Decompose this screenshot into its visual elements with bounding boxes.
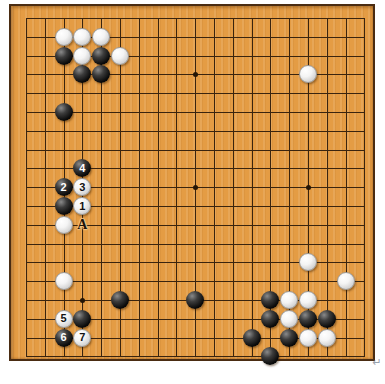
stone-black[interactable]	[186, 291, 204, 309]
stone-white[interactable]	[299, 253, 317, 271]
stone-white[interactable]: 3	[73, 178, 91, 196]
stone-black[interactable]	[111, 291, 129, 309]
stone-white[interactable]	[55, 216, 73, 234]
stone-white[interactable]	[299, 329, 317, 347]
stone-black[interactable]	[280, 329, 298, 347]
stone-white[interactable]	[55, 28, 73, 46]
stone-black[interactable]	[299, 310, 317, 328]
grid-line-vertical	[214, 18, 215, 357]
move-number: 1	[74, 198, 90, 214]
go-board[interactable]: 4231567A	[9, 4, 375, 361]
return-mark-icon: ↵	[370, 355, 384, 369]
stone-white[interactable]	[280, 310, 298, 328]
stone-white[interactable]	[111, 47, 129, 65]
stone-white[interactable]	[73, 47, 91, 65]
grid-line-horizontal	[26, 356, 365, 357]
stone-black[interactable]	[243, 329, 261, 347]
grid-line-vertical	[252, 18, 253, 357]
hoshi-star-point	[193, 72, 198, 77]
hoshi-star-point	[80, 298, 85, 303]
stone-black[interactable]: 4	[73, 159, 91, 177]
grid-line-vertical	[364, 18, 365, 357]
stone-black[interactable]	[92, 47, 110, 65]
stone-black[interactable]	[55, 103, 73, 121]
stone-white[interactable]	[299, 291, 317, 309]
stone-white[interactable]: 7	[73, 329, 91, 347]
hoshi-star-point	[193, 185, 198, 190]
stone-white[interactable]	[280, 291, 298, 309]
stone-black[interactable]	[55, 47, 73, 65]
grid-line-vertical	[233, 18, 234, 357]
stone-black[interactable]	[55, 197, 73, 215]
grid-line-horizontal	[26, 281, 365, 282]
move-number: 7	[74, 330, 90, 346]
stone-white[interactable]	[92, 28, 110, 46]
move-number: 3	[74, 179, 90, 195]
stone-white[interactable]	[55, 272, 73, 290]
stone-black[interactable]	[318, 310, 336, 328]
move-number: 2	[55, 178, 73, 196]
grid-line-vertical	[346, 18, 347, 357]
grid-line-horizontal	[26, 244, 365, 245]
stone-white[interactable]: 5	[55, 310, 73, 328]
point-label-a: A	[73, 216, 91, 234]
stone-black[interactable]	[73, 310, 91, 328]
move-number: 5	[56, 311, 72, 327]
stone-white[interactable]	[299, 65, 317, 83]
stone-black[interactable]	[73, 65, 91, 83]
grid-line-vertical	[327, 18, 328, 357]
stone-white[interactable]	[337, 272, 355, 290]
stone-black[interactable]	[261, 310, 279, 328]
stone-black[interactable]	[92, 65, 110, 83]
stone-white[interactable]	[73, 28, 91, 46]
stone-black[interactable]: 2	[55, 178, 73, 196]
move-number: 4	[73, 159, 91, 177]
hoshi-star-point	[306, 185, 311, 190]
stone-white[interactable]	[318, 329, 336, 347]
stone-black[interactable]	[261, 347, 279, 365]
stone-black[interactable]	[261, 291, 279, 309]
move-number: 6	[55, 329, 73, 347]
stone-white[interactable]: 1	[73, 197, 91, 215]
stone-black[interactable]: 6	[55, 329, 73, 347]
